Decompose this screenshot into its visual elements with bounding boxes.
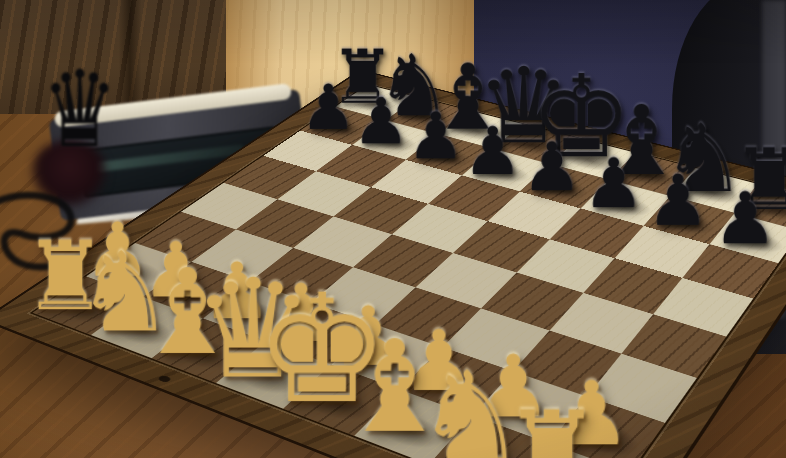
black-pawn-b7[interactable]: ♟ — [353, 92, 410, 150]
spare-black-queen: ♛ — [42, 52, 104, 202]
black-pawn-g7[interactable]: ♟ — [647, 168, 710, 233]
black-pawn-c7[interactable]: ♟ — [407, 106, 465, 166]
tournament-chess-photo: ♛ ♜♞♝♛♚♝♞♜♟♟♟♟♟♟♟♟♟♟♟♟♟♟♟♟♜♞♝♛♚♝♞♜ — [0, 0, 786, 458]
black-pawn-e7[interactable]: ♟ — [522, 136, 582, 198]
black-pawn-d7[interactable]: ♟ — [463, 121, 522, 182]
black-pawn-h7[interactable]: ♟ — [713, 185, 777, 251]
black-pawn-f7[interactable]: ♟ — [583, 152, 645, 215]
white-rook-h1[interactable]: ♜ — [501, 402, 603, 458]
board-frame-knot — [157, 375, 173, 384]
square-b4[interactable] — [236, 199, 334, 248]
black-pawn-a7[interactable]: ♟ — [301, 79, 357, 136]
